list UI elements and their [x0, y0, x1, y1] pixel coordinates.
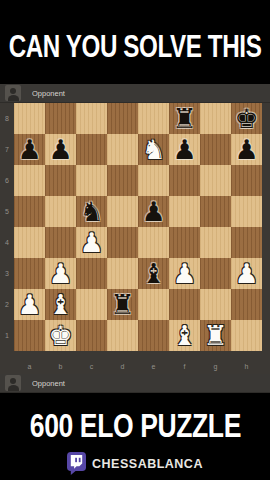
white-pawn-h3: ♟ [231, 258, 262, 289]
square-b8[interactable] [45, 103, 76, 134]
square-d4[interactable] [107, 227, 138, 258]
square-e6[interactable] [138, 165, 169, 196]
black-rook-f8: ♜ [169, 103, 200, 134]
square-g7[interactable] [200, 134, 231, 165]
square-g4[interactable] [200, 227, 231, 258]
square-d8[interactable] [107, 103, 138, 134]
file-label-c: c [76, 363, 107, 370]
square-a4[interactable] [14, 227, 45, 258]
square-d1[interactable] [107, 320, 138, 351]
file-label-g: g [200, 363, 231, 370]
white-bishop-f1: ♝ [169, 320, 200, 351]
square-h6[interactable] [231, 165, 262, 196]
rank-label-8: 8 [0, 103, 14, 134]
rank-label-4: 4 [0, 227, 14, 258]
square-f6[interactable] [169, 165, 200, 196]
square-c6[interactable] [76, 165, 107, 196]
white-bishop-b2: ♝ [45, 289, 76, 320]
square-h5[interactable] [231, 196, 262, 227]
white-king-b1: ♚ [45, 320, 76, 351]
black-king-h8: ♚ [231, 103, 262, 134]
square-h2[interactable] [231, 289, 262, 320]
white-pawn-f3: ♟ [169, 258, 200, 289]
file-label-h: h [231, 363, 262, 370]
rank-label-6: 6 [0, 165, 14, 196]
black-bishop-e3: ♝ [138, 258, 169, 289]
title-text: CAN YOU SOLVE THIS [9, 29, 262, 65]
player-name-top: Opponent [32, 89, 65, 98]
player-bar-bottom: Opponent [0, 374, 270, 393]
file-labels: abcdefgh [14, 351, 262, 374]
square-e3[interactable]: ♝ [138, 258, 169, 289]
rank-label-2: 2 [0, 289, 14, 320]
rank-label-5: 5 [0, 196, 14, 227]
square-e4[interactable] [138, 227, 169, 258]
square-c3[interactable] [76, 258, 107, 289]
white-knight-e7: ♞ [138, 134, 169, 165]
square-a6[interactable] [14, 165, 45, 196]
square-h1[interactable] [231, 320, 262, 351]
black-pawn-a7: ♟ [14, 134, 45, 165]
file-label-f: f [169, 363, 200, 370]
black-rook-d2: ♜ [107, 289, 138, 320]
black-pawn-e5: ♟ [138, 196, 169, 227]
square-d3[interactable] [107, 258, 138, 289]
square-g3[interactable] [200, 258, 231, 289]
board: ♜♚♟♟♞♟♟♞♟♟♟♝♟♟♟♝♜♚♝♜ [14, 103, 262, 351]
file-label-a: a [14, 363, 45, 370]
brand-text: CHESSABLANCA [92, 457, 203, 471]
player-name-bottom: Opponent [32, 379, 65, 388]
square-b4[interactable] [45, 227, 76, 258]
square-a3[interactable] [14, 258, 45, 289]
rank-label-7: 7 [0, 134, 14, 165]
white-pawn-c4: ♟ [76, 227, 107, 258]
bottom-section: 600 ELO PUZZLE CHESSABLANCA [0, 393, 270, 475]
square-g2[interactable] [200, 289, 231, 320]
twitch-icon [67, 452, 86, 475]
white-pawn-b3: ♟ [45, 258, 76, 289]
square-h8[interactable]: ♚ [231, 103, 262, 134]
black-pawn-b7: ♟ [45, 134, 76, 165]
white-pawn-a2: ♟ [14, 289, 45, 320]
square-c5[interactable]: ♞ [76, 196, 107, 227]
square-a1[interactable] [14, 320, 45, 351]
player-bar-top: Opponent [0, 84, 270, 103]
square-f2[interactable] [169, 289, 200, 320]
square-d7[interactable] [107, 134, 138, 165]
white-rook-g1: ♜ [200, 320, 231, 351]
square-c4[interactable]: ♟ [76, 227, 107, 258]
video-frame: CAN YOU SOLVE THIS Opponent 87654321 ♜♚♟… [0, 0, 270, 480]
square-b5[interactable] [45, 196, 76, 227]
square-a5[interactable] [14, 196, 45, 227]
square-d5[interactable] [107, 196, 138, 227]
square-b1[interactable]: ♚ [45, 320, 76, 351]
square-f3[interactable]: ♟ [169, 258, 200, 289]
square-f4[interactable] [169, 227, 200, 258]
player-avatar-icon [5, 85, 21, 101]
square-f8[interactable]: ♜ [169, 103, 200, 134]
file-label-e: e [138, 363, 169, 370]
square-a8[interactable] [14, 103, 45, 134]
square-a7[interactable]: ♟ [14, 134, 45, 165]
file-label-b: b [45, 363, 76, 370]
square-h4[interactable] [231, 227, 262, 258]
black-knight-c5: ♞ [76, 196, 107, 227]
square-e2[interactable] [138, 289, 169, 320]
square-e8[interactable] [138, 103, 169, 134]
square-d6[interactable] [107, 165, 138, 196]
square-f5[interactable] [169, 196, 200, 227]
square-g8[interactable] [200, 103, 231, 134]
footer-brand: CHESSABLANCA [0, 452, 270, 475]
square-g6[interactable] [200, 165, 231, 196]
square-h3[interactable]: ♟ [231, 258, 262, 289]
square-b3[interactable]: ♟ [45, 258, 76, 289]
square-d2[interactable]: ♜ [107, 289, 138, 320]
square-b2[interactable]: ♝ [45, 289, 76, 320]
square-c8[interactable] [76, 103, 107, 134]
rank-label-3: 3 [0, 258, 14, 289]
square-c2[interactable] [76, 289, 107, 320]
square-h7[interactable]: ♟ [231, 134, 262, 165]
rank-label-1: 1 [0, 320, 14, 351]
black-pawn-h7: ♟ [231, 134, 262, 165]
square-e7[interactable]: ♞ [138, 134, 169, 165]
black-pawn-f7: ♟ [169, 134, 200, 165]
square-e1[interactable] [138, 320, 169, 351]
square-c1[interactable] [76, 320, 107, 351]
square-b7[interactable]: ♟ [45, 134, 76, 165]
board-frame: 87654321 ♜♚♟♟♞♟♟♞♟♟♟♝♟♟♟♝♜♚♝♜ abcdefgh [0, 103, 270, 374]
square-b6[interactable] [45, 165, 76, 196]
title-section: CAN YOU SOLVE THIS [0, 0, 270, 84]
file-label-d: d [107, 363, 138, 370]
rank-labels: 87654321 [0, 103, 14, 351]
square-f7[interactable]: ♟ [169, 134, 200, 165]
square-c7[interactable] [76, 134, 107, 165]
square-g1[interactable]: ♜ [200, 320, 231, 351]
square-a2[interactable]: ♟ [14, 289, 45, 320]
square-e5[interactable]: ♟ [138, 196, 169, 227]
player-avatar-icon [5, 375, 21, 391]
headline-text: 600 ELO PUZZLE [29, 406, 240, 445]
square-f1[interactable]: ♝ [169, 320, 200, 351]
square-g5[interactable] [200, 196, 231, 227]
